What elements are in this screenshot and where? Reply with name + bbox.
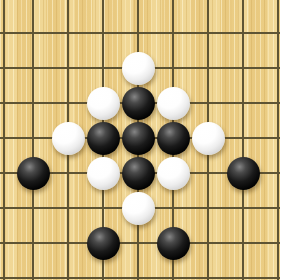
intersection[interactable] — [16, 51, 51, 86]
board-left-edge-line — [3, 0, 5, 280]
intersection[interactable] — [121, 226, 156, 261]
intersection[interactable] — [86, 121, 121, 156]
white-stone[interactable] — [87, 87, 120, 120]
intersection[interactable] — [51, 261, 86, 280]
intersection[interactable] — [226, 226, 261, 261]
intersection[interactable] — [51, 121, 86, 156]
intersection[interactable] — [191, 261, 226, 280]
intersection[interactable] — [226, 51, 261, 86]
intersection[interactable] — [16, 226, 51, 261]
black-stone[interactable] — [87, 227, 120, 260]
intersection[interactable] — [51, 156, 86, 191]
intersection[interactable] — [121, 51, 156, 86]
intersection[interactable] — [121, 191, 156, 226]
intersection[interactable] — [191, 86, 226, 121]
intersection[interactable] — [16, 86, 51, 121]
intersection[interactable] — [86, 226, 121, 261]
intersection[interactable] — [86, 51, 121, 86]
intersection[interactable] — [156, 51, 191, 86]
black-stone[interactable] — [227, 157, 260, 190]
intersection[interactable] — [156, 156, 191, 191]
intersection[interactable] — [86, 16, 121, 51]
intersection[interactable] — [86, 86, 121, 121]
intersection[interactable] — [261, 51, 281, 86]
intersection[interactable] — [156, 16, 191, 51]
intersection[interactable] — [261, 86, 281, 121]
black-stone[interactable] — [157, 122, 190, 155]
black-stone[interactable] — [87, 122, 120, 155]
white-stone[interactable] — [52, 122, 85, 155]
intersection[interactable] — [51, 191, 86, 226]
white-stone[interactable] — [87, 157, 120, 190]
intersection[interactable] — [121, 121, 156, 156]
go-board — [0, 0, 280, 280]
black-stone[interactable] — [157, 227, 190, 260]
intersection[interactable] — [16, 16, 51, 51]
black-stone[interactable] — [122, 122, 155, 155]
intersection[interactable] — [156, 261, 191, 280]
white-stone[interactable] — [122, 52, 155, 85]
intersection[interactable] — [226, 191, 261, 226]
intersection[interactable] — [86, 191, 121, 226]
board-grid — [16, 16, 281, 280]
intersection[interactable] — [191, 51, 226, 86]
intersection[interactable] — [226, 156, 261, 191]
intersection[interactable] — [16, 121, 51, 156]
intersection[interactable] — [261, 16, 281, 51]
intersection[interactable] — [261, 191, 281, 226]
intersection[interactable] — [156, 191, 191, 226]
intersection[interactable] — [191, 16, 226, 51]
black-stone[interactable] — [17, 157, 50, 190]
intersection[interactable] — [51, 16, 86, 51]
intersection[interactable] — [16, 191, 51, 226]
intersection[interactable] — [226, 86, 261, 121]
intersection[interactable] — [121, 86, 156, 121]
intersection[interactable] — [16, 156, 51, 191]
intersection[interactable] — [261, 121, 281, 156]
intersection[interactable] — [226, 261, 261, 280]
intersection[interactable] — [261, 226, 281, 261]
intersection[interactable] — [86, 261, 121, 280]
white-stone[interactable] — [157, 87, 190, 120]
intersection[interactable] — [51, 51, 86, 86]
white-stone[interactable] — [122, 192, 155, 225]
intersection[interactable] — [261, 156, 281, 191]
intersection[interactable] — [121, 16, 156, 51]
intersection[interactable] — [121, 156, 156, 191]
intersection[interactable] — [51, 86, 86, 121]
intersection[interactable] — [226, 121, 261, 156]
intersection[interactable] — [226, 16, 261, 51]
white-stone[interactable] — [192, 122, 225, 155]
intersection[interactable] — [121, 261, 156, 280]
white-stone[interactable] — [157, 157, 190, 190]
intersection[interactable] — [191, 226, 226, 261]
intersection[interactable] — [191, 121, 226, 156]
intersection[interactable] — [156, 226, 191, 261]
intersection[interactable] — [156, 86, 191, 121]
intersection[interactable] — [156, 121, 191, 156]
intersection[interactable] — [261, 261, 281, 280]
intersection[interactable] — [16, 261, 51, 280]
intersection[interactable] — [86, 156, 121, 191]
black-stone[interactable] — [122, 87, 155, 120]
black-stone[interactable] — [122, 157, 155, 190]
intersection[interactable] — [191, 156, 226, 191]
intersection[interactable] — [191, 191, 226, 226]
intersection[interactable] — [51, 226, 86, 261]
